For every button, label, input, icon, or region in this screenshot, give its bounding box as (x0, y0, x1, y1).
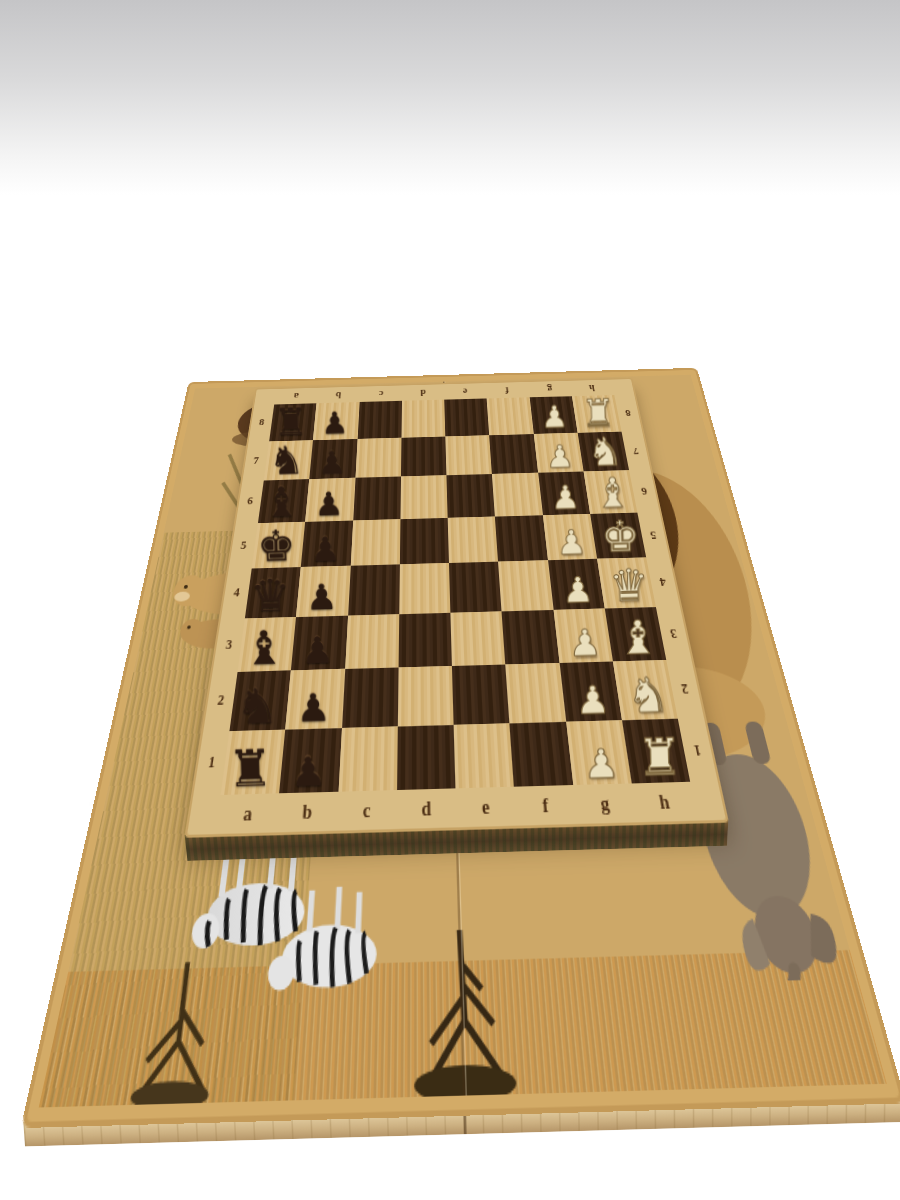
piece-black-rook[interactable]: ♜ (226, 744, 272, 793)
board-front-edge (23, 1097, 900, 1146)
square-d1[interactable] (397, 724, 456, 790)
square-e8[interactable] (444, 399, 489, 437)
dry-tree-icon (184, 432, 299, 557)
square-d2[interactable] (398, 666, 454, 726)
product-photo: abcdefgh8♜♟♟♜87♞♟♟♞76♝♟♟♝65♚♟♟♚54♛♟♟♛43♝… (0, 0, 900, 1200)
bird-icon (359, 390, 396, 406)
square-d6[interactable] (400, 475, 447, 518)
square-e2[interactable] (452, 664, 510, 724)
piece-black-queen[interactable]: ♛ (250, 574, 291, 617)
piece-black-knight[interactable]: ♞ (235, 682, 279, 729)
square-c7[interactable] (355, 437, 401, 477)
file-label-bottom-d: d (396, 788, 456, 829)
file-label-bottom-f: f (514, 785, 577, 826)
square-e4[interactable] (449, 562, 502, 613)
piece-black-bishop[interactable]: ♝ (243, 626, 285, 671)
file-label-bottom-g: g (573, 783, 638, 824)
zebra-icon (251, 879, 397, 1013)
square-c2[interactable] (342, 667, 399, 727)
square-e5[interactable] (448, 516, 499, 563)
square-d4[interactable] (399, 563, 450, 614)
square-b3[interactable]: ♟ (291, 615, 348, 670)
piece-white-pawn[interactable]: ♟ (575, 682, 610, 719)
square-c6[interactable] (353, 477, 401, 521)
scene: abcdefgh8♜♟♟♜87♞♟♟♞76♝♟♟♝65♚♟♟♚54♛♟♟♛43♝… (60, 245, 841, 1026)
square-d8[interactable] (401, 400, 445, 438)
square-h1[interactable]: ♜ (622, 718, 691, 783)
square-d5[interactable] (400, 517, 449, 564)
square-h3[interactable]: ♝ (604, 607, 666, 662)
outer-safari-board: abcdefgh8♜♟♟♜87♞♟♟♞76♝♟♟♝65♚♟♟♚54♛♟♟♛43♝… (26, 370, 900, 1122)
file-label-bottom-b: b (276, 792, 338, 833)
piece-black-pawn[interactable]: ♟ (318, 448, 347, 478)
square-c4[interactable] (348, 564, 400, 615)
square-c8[interactable] (357, 401, 401, 439)
square-b2[interactable]: ♟ (286, 669, 345, 729)
square-a3[interactable]: ♝ (238, 617, 297, 672)
square-b1[interactable]: ♟ (279, 727, 341, 793)
piece-black-pawn[interactable]: ♟ (305, 581, 337, 615)
file-label-bottom-c: c (336, 790, 397, 831)
square-h2[interactable]: ♞ (613, 660, 678, 720)
acacia-tree-icon (111, 949, 238, 1108)
file-label-bottom-a: a (215, 793, 279, 834)
piece-white-rook[interactable]: ♜ (637, 733, 683, 782)
square-e6[interactable] (446, 474, 495, 517)
front-grass-band (39, 950, 887, 1108)
square-g1[interactable]: ♟ (566, 720, 632, 785)
square-f2[interactable] (505, 663, 565, 723)
file-label-top-d: d (402, 384, 445, 401)
square-e3[interactable] (450, 611, 505, 666)
square-g2[interactable]: ♟ (559, 661, 622, 721)
square-g3[interactable]: ♟ (553, 608, 613, 663)
piece-white-knight[interactable]: ♞ (627, 671, 671, 718)
edge-fold-seam (463, 1110, 466, 1135)
acacia-tree-icon (402, 922, 528, 1108)
piece-white-bishop[interactable]: ♝ (617, 615, 659, 660)
piece-white-pawn[interactable]: ♟ (583, 744, 620, 783)
square-b6[interactable]: ♟ (305, 478, 355, 522)
piece-white-queen[interactable]: ♛ (609, 564, 650, 607)
square-c3[interactable] (345, 614, 399, 669)
gazelle-icon (503, 390, 537, 412)
file-label-bottom-e: e (455, 787, 516, 828)
square-f3[interactable] (502, 609, 559, 664)
square-c1[interactable] (338, 726, 398, 792)
file-label-top-e: e (444, 383, 487, 400)
square-e1[interactable] (454, 723, 515, 789)
file-label-bottom-h: h (631, 782, 697, 822)
background-gradient (0, 0, 900, 195)
square-e7[interactable] (445, 435, 492, 475)
square-a2[interactable]: ♞ (230, 670, 292, 730)
square-d3[interactable] (398, 612, 452, 667)
piece-black-pawn[interactable]: ♟ (295, 690, 330, 727)
square-d7[interactable] (401, 436, 447, 476)
piece-black-pawn[interactable]: ♟ (314, 489, 344, 521)
square-c5[interactable] (350, 519, 400, 566)
corner-cell (611, 379, 634, 395)
piece-black-pawn[interactable]: ♟ (301, 633, 335, 669)
square-f1[interactable] (510, 721, 573, 787)
square-a1[interactable]: ♜ (221, 729, 286, 795)
piece-white-pawn[interactable]: ♟ (562, 574, 594, 608)
piece-black-pawn[interactable]: ♟ (290, 753, 327, 792)
piece-white-pawn[interactable]: ♟ (568, 626, 602, 662)
